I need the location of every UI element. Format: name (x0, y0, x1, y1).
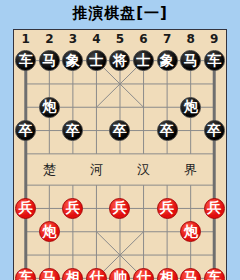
xiangqi-piece-red[interactable]: 马 (39, 268, 60, 280)
xiangqi-piece-red[interactable]: 帅 (109, 268, 130, 280)
file-label: 9 (202, 30, 226, 49)
xiangqi-piece-black[interactable]: 象 (62, 50, 83, 71)
board-grid-area[interactable]: 楚河汉界 车马象士将士象马车炮炮卒卒卒卒卒兵兵兵兵兵炮炮车马相仕帅仕相马车 (14, 49, 226, 280)
file-label: 5 (108, 30, 132, 49)
xiangqi-piece-red[interactable]: 炮 (180, 221, 201, 242)
xiangqi-piece-red[interactable]: 兵 (204, 198, 225, 219)
xiangqi-piece-red[interactable]: 兵 (62, 198, 83, 219)
xiangqi-piece-black[interactable]: 将 (109, 50, 130, 71)
file-label: 1 (14, 30, 38, 49)
xiangqi-piece-red[interactable]: 兵 (109, 198, 130, 219)
window: 推演棋盘[一] 123456789 楚河汉界 车马象士将士象马车炮炮卒卒卒卒卒兵… (0, 0, 240, 280)
xiangqi-piece-red[interactable]: 兵 (157, 198, 178, 219)
file-label: 2 (38, 30, 62, 49)
file-label: 8 (179, 30, 203, 49)
file-labels-row: 123456789 (14, 30, 226, 49)
xiangqi-piece-black[interactable]: 卒 (62, 120, 83, 141)
xiangqi-piece-black[interactable]: 象 (157, 50, 178, 71)
xiangqi-piece-black[interactable]: 卒 (157, 120, 178, 141)
file-label: 6 (132, 30, 156, 49)
pieces-layer: 车马象士将士象马车炮炮卒卒卒卒卒兵兵兵兵兵炮炮车马相仕帅仕相马车 (14, 49, 226, 280)
xiangqi-board[interactable]: 123456789 楚河汉界 车马象士将士象马车炮炮卒卒卒卒卒兵兵兵兵兵炮炮车马… (13, 29, 227, 280)
xiangqi-piece-black[interactable]: 卒 (204, 120, 225, 141)
xiangqi-piece-red[interactable]: 仕 (86, 268, 107, 280)
xiangqi-piece-black[interactable]: 车 (15, 50, 36, 71)
xiangqi-piece-black[interactable]: 士 (133, 50, 154, 71)
xiangqi-piece-red[interactable]: 仕 (133, 268, 154, 280)
xiangqi-piece-black[interactable]: 马 (180, 50, 201, 71)
xiangqi-piece-black[interactable]: 炮 (39, 97, 60, 118)
xiangqi-piece-red[interactable]: 马 (180, 268, 201, 280)
xiangqi-piece-red[interactable]: 相 (157, 268, 178, 280)
page-title: 推演棋盘[一] (0, 4, 240, 23)
file-label: 3 (61, 30, 85, 49)
xiangqi-piece-black[interactable]: 士 (86, 50, 107, 71)
xiangqi-piece-black[interactable]: 卒 (109, 120, 130, 141)
file-label: 7 (155, 30, 179, 49)
xiangqi-piece-black[interactable]: 炮 (180, 97, 201, 118)
xiangqi-piece-black[interactable]: 卒 (15, 120, 36, 141)
xiangqi-piece-red[interactable]: 炮 (39, 221, 60, 242)
file-label: 4 (85, 30, 109, 49)
xiangqi-piece-red[interactable]: 兵 (15, 198, 36, 219)
xiangqi-piece-red[interactable]: 相 (62, 268, 83, 280)
xiangqi-piece-red[interactable]: 车 (204, 268, 225, 280)
xiangqi-piece-black[interactable]: 车 (204, 50, 225, 71)
xiangqi-piece-black[interactable]: 马 (39, 50, 60, 71)
xiangqi-piece-red[interactable]: 车 (15, 268, 36, 280)
